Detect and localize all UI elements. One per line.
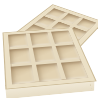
compartment-r1c3 bbox=[11, 65, 35, 84]
compartment-r2c3 bbox=[9, 48, 31, 64]
compartment-r3c1 bbox=[51, 31, 74, 44]
compartment-r2c1 bbox=[56, 45, 81, 61]
compartment-r3c2 bbox=[30, 32, 51, 46]
product-photo-scene bbox=[0, 0, 98, 98]
compartment-r3c3 bbox=[8, 34, 28, 48]
compartment-r1c2 bbox=[36, 63, 62, 82]
compartment-r2c2 bbox=[33, 46, 56, 62]
compartment-r1c1 bbox=[61, 61, 88, 80]
